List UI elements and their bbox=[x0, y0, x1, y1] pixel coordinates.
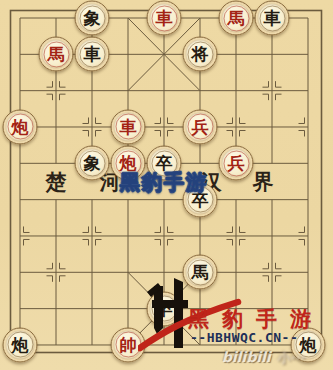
bilibili-user-text: 小··· bbox=[278, 350, 306, 365]
piece-glyph: 兵 bbox=[192, 118, 209, 135]
piece-black-chariot[interactable]: 車 bbox=[255, 1, 290, 36]
piece-red-soldier[interactable]: 兵 bbox=[219, 146, 254, 181]
piece-red-horse[interactable]: 馬 bbox=[219, 1, 254, 36]
piece-glyph: 馬 bbox=[228, 10, 245, 27]
piece-black-elephant[interactable]: 象 bbox=[75, 1, 110, 36]
piece-glyph: 車 bbox=[156, 10, 173, 27]
river-char: 界 bbox=[253, 168, 274, 196]
piece-glyph: 兵 bbox=[228, 155, 245, 172]
piece-glyph: 帥 bbox=[120, 336, 137, 353]
piece-red-chariot[interactable]: 車 bbox=[111, 109, 146, 144]
piece-black-general[interactable]: 将 bbox=[183, 37, 218, 72]
piece-red-horse[interactable]: 馬 bbox=[39, 37, 74, 72]
river-char: 楚 bbox=[46, 168, 67, 196]
piece-glyph: 炮 bbox=[12, 118, 29, 135]
piece-black-chariot[interactable]: 車 bbox=[75, 37, 110, 72]
watermark-bilibili: bilibili小··· bbox=[222, 349, 306, 367]
piece-glyph: 卒 bbox=[156, 300, 173, 317]
piece-glyph: 馬 bbox=[48, 46, 65, 63]
piece-red-chariot[interactable]: 車 bbox=[147, 1, 182, 36]
piece-red-general[interactable]: 帥 bbox=[111, 327, 146, 362]
piece-black-soldier[interactable]: 卒 bbox=[147, 291, 182, 326]
piece-glyph: 象 bbox=[84, 155, 101, 172]
piece-glyph: 象 bbox=[84, 10, 101, 27]
piece-red-soldier[interactable]: 兵 bbox=[183, 109, 218, 144]
piece-glyph: 将 bbox=[192, 46, 209, 63]
piece-glyph: 車 bbox=[264, 10, 281, 27]
piece-glyph: 車 bbox=[120, 118, 137, 135]
piece-glyph: 馬 bbox=[192, 264, 209, 281]
xiangqi-game-screen: 楚河汉界 象車馬車馬車将炮車兵象炮卒兵卒馬卒炮帥炮 黑豹手游 黑豹手游 --HB… bbox=[0, 0, 333, 370]
piece-black-elephant[interactable]: 象 bbox=[75, 146, 110, 181]
watermark-river-overlay: 黑豹手游 bbox=[120, 169, 208, 196]
piece-glyph: 車 bbox=[84, 46, 101, 63]
piece-red-cannon[interactable]: 炮 bbox=[3, 109, 38, 144]
piece-black-horse[interactable]: 馬 bbox=[183, 255, 218, 290]
piece-black-cannon[interactable]: 炮 bbox=[3, 327, 38, 362]
piece-glyph: 炮 bbox=[12, 336, 29, 353]
bilibili-logo-text: bilibili bbox=[222, 349, 271, 365]
